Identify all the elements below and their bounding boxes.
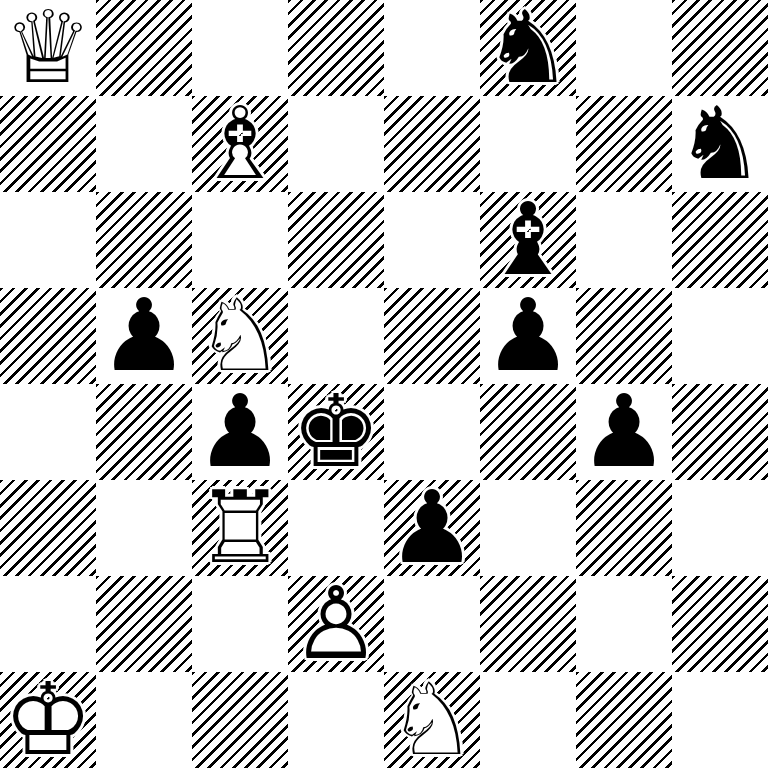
black-knight-icon[interactable]: ♞ bbox=[480, 0, 576, 96]
square-g2[interactable] bbox=[576, 576, 672, 672]
white-rook-halo: ♜ bbox=[192, 480, 288, 576]
square-h1[interactable] bbox=[672, 672, 768, 768]
square-b7[interactable] bbox=[96, 96, 192, 192]
square-d7[interactable] bbox=[288, 96, 384, 192]
black-pawn-halo: ♟ bbox=[480, 288, 576, 384]
square-b5[interactable]: ♟♟ bbox=[96, 288, 192, 384]
square-e8[interactable] bbox=[384, 0, 480, 96]
black-pawn-halo: ♟ bbox=[192, 384, 288, 480]
black-pawn-icon[interactable]: ♟ bbox=[576, 384, 672, 480]
square-b3[interactable] bbox=[96, 480, 192, 576]
square-f5[interactable]: ♟♟ bbox=[480, 288, 576, 384]
black-king-halo: ♚ bbox=[288, 384, 384, 480]
square-g7[interactable] bbox=[576, 96, 672, 192]
square-a2[interactable] bbox=[0, 576, 96, 672]
black-pawn-halo: ♟ bbox=[576, 384, 672, 480]
square-g8[interactable] bbox=[576, 0, 672, 96]
square-c2[interactable] bbox=[192, 576, 288, 672]
square-c5[interactable]: ♞♘ bbox=[192, 288, 288, 384]
square-g3[interactable] bbox=[576, 480, 672, 576]
square-e5[interactable] bbox=[384, 288, 480, 384]
square-d2[interactable]: ♟♙ bbox=[288, 576, 384, 672]
square-d3[interactable] bbox=[288, 480, 384, 576]
square-b6[interactable] bbox=[96, 192, 192, 288]
square-a1[interactable]: ♚♔ bbox=[0, 672, 96, 768]
square-f3[interactable] bbox=[480, 480, 576, 576]
square-d8[interactable] bbox=[288, 0, 384, 96]
square-e7[interactable] bbox=[384, 96, 480, 192]
square-f6[interactable]: ♝♝ bbox=[480, 192, 576, 288]
white-rook-icon[interactable]: ♖ bbox=[192, 480, 288, 576]
square-e6[interactable] bbox=[384, 192, 480, 288]
square-f4[interactable] bbox=[480, 384, 576, 480]
square-e1[interactable]: ♞♘ bbox=[384, 672, 480, 768]
square-f1[interactable] bbox=[480, 672, 576, 768]
white-queen-halo: ♛ bbox=[0, 0, 96, 96]
square-b8[interactable] bbox=[96, 0, 192, 96]
square-d4[interactable]: ♚♚ bbox=[288, 384, 384, 480]
black-pawn-icon[interactable]: ♟ bbox=[480, 288, 576, 384]
square-c4[interactable]: ♟♟ bbox=[192, 384, 288, 480]
white-knight-icon[interactable]: ♘ bbox=[192, 288, 288, 384]
square-b2[interactable] bbox=[96, 576, 192, 672]
square-d5[interactable] bbox=[288, 288, 384, 384]
square-a4[interactable] bbox=[0, 384, 96, 480]
white-king-halo: ♚ bbox=[0, 672, 96, 768]
white-queen-icon[interactable]: ♕ bbox=[0, 0, 96, 96]
white-knight-halo: ♞ bbox=[384, 672, 480, 768]
square-b4[interactable] bbox=[96, 384, 192, 480]
black-knight-halo: ♞ bbox=[672, 96, 768, 192]
white-bishop-icon[interactable]: ♗ bbox=[192, 96, 288, 192]
black-pawn-icon[interactable]: ♟ bbox=[384, 480, 480, 576]
square-b1[interactable] bbox=[96, 672, 192, 768]
white-bishop-halo: ♝ bbox=[192, 96, 288, 192]
black-pawn-halo: ♟ bbox=[384, 480, 480, 576]
square-g6[interactable] bbox=[576, 192, 672, 288]
square-g4[interactable]: ♟♟ bbox=[576, 384, 672, 480]
square-h7[interactable]: ♞♞ bbox=[672, 96, 768, 192]
black-knight-halo: ♞ bbox=[480, 0, 576, 96]
square-e2[interactable] bbox=[384, 576, 480, 672]
white-king-icon[interactable]: ♔ bbox=[0, 672, 96, 768]
square-c3[interactable]: ♜♖ bbox=[192, 480, 288, 576]
white-pawn-halo: ♟ bbox=[288, 576, 384, 672]
square-h3[interactable] bbox=[672, 480, 768, 576]
black-pawn-icon[interactable]: ♟ bbox=[96, 288, 192, 384]
square-f2[interactable] bbox=[480, 576, 576, 672]
square-a7[interactable] bbox=[0, 96, 96, 192]
square-h8[interactable] bbox=[672, 0, 768, 96]
square-g5[interactable] bbox=[576, 288, 672, 384]
white-knight-halo: ♞ bbox=[192, 288, 288, 384]
square-f8[interactable]: ♞♞ bbox=[480, 0, 576, 96]
black-pawn-halo: ♟ bbox=[96, 288, 192, 384]
black-bishop-halo: ♝ bbox=[480, 192, 576, 288]
square-a6[interactable] bbox=[0, 192, 96, 288]
square-h2[interactable] bbox=[672, 576, 768, 672]
square-d1[interactable] bbox=[288, 672, 384, 768]
square-e3[interactable]: ♟♟ bbox=[384, 480, 480, 576]
square-h6[interactable] bbox=[672, 192, 768, 288]
square-f7[interactable] bbox=[480, 96, 576, 192]
black-king-icon[interactable]: ♚ bbox=[288, 384, 384, 480]
black-bishop-icon[interactable]: ♝ bbox=[480, 192, 576, 288]
square-e4[interactable] bbox=[384, 384, 480, 480]
chessboard: ♛♕♞♞♝♗♞♞♝♝♟♟♞♘♟♟♟♟♚♚♟♟♜♖♟♟♟♙♚♔♞♘ bbox=[0, 0, 768, 768]
square-c6[interactable] bbox=[192, 192, 288, 288]
square-c8[interactable] bbox=[192, 0, 288, 96]
square-a8[interactable]: ♛♕ bbox=[0, 0, 96, 96]
white-pawn-icon[interactable]: ♙ bbox=[288, 576, 384, 672]
square-c7[interactable]: ♝♗ bbox=[192, 96, 288, 192]
square-h4[interactable] bbox=[672, 384, 768, 480]
white-knight-icon[interactable]: ♘ bbox=[384, 672, 480, 768]
square-a3[interactable] bbox=[0, 480, 96, 576]
square-a5[interactable] bbox=[0, 288, 96, 384]
square-g1[interactable] bbox=[576, 672, 672, 768]
square-d6[interactable] bbox=[288, 192, 384, 288]
square-c1[interactable] bbox=[192, 672, 288, 768]
black-pawn-icon[interactable]: ♟ bbox=[192, 384, 288, 480]
black-knight-icon[interactable]: ♞ bbox=[672, 96, 768, 192]
square-h5[interactable] bbox=[672, 288, 768, 384]
